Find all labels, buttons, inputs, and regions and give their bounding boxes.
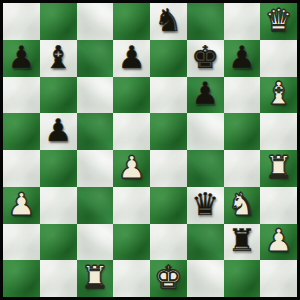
square-h8[interactable]: ♛ <box>260 3 297 40</box>
square-a8[interactable] <box>3 3 40 40</box>
square-b5[interactable]: ♟ <box>40 113 77 150</box>
square-c4[interactable] <box>77 150 114 187</box>
square-e5[interactable] <box>150 113 187 150</box>
square-b2[interactable] <box>40 224 77 261</box>
chess-board: ♞♛♟♝♟♚♟♟♝♟♟♜♟♛♞♜♟♜♚ <box>3 3 297 297</box>
square-g8[interactable] <box>224 3 261 40</box>
square-b7[interactable]: ♝ <box>40 40 77 77</box>
square-a4[interactable] <box>3 150 40 187</box>
square-g1[interactable] <box>224 260 261 297</box>
piece-white-king: ♚ <box>154 262 182 293</box>
square-e6[interactable] <box>150 77 187 114</box>
square-f3[interactable]: ♛ <box>187 187 224 224</box>
square-f8[interactable] <box>187 3 224 40</box>
square-g3[interactable]: ♞ <box>224 187 261 224</box>
square-h3[interactable] <box>260 187 297 224</box>
square-g6[interactable] <box>224 77 261 114</box>
piece-white-rook: ♜ <box>265 152 293 183</box>
piece-white-bishop: ♝ <box>265 78 293 109</box>
square-h2[interactable]: ♟ <box>260 224 297 261</box>
square-c7[interactable] <box>77 40 114 77</box>
square-d1[interactable] <box>113 260 150 297</box>
square-c8[interactable] <box>77 3 114 40</box>
square-h5[interactable] <box>260 113 297 150</box>
square-a3[interactable]: ♟ <box>3 187 40 224</box>
square-e2[interactable] <box>150 224 187 261</box>
square-b4[interactable] <box>40 150 77 187</box>
piece-black-pawn: ♟ <box>118 42 146 73</box>
square-g7[interactable]: ♟ <box>224 40 261 77</box>
square-a2[interactable] <box>3 224 40 261</box>
piece-black-pawn: ♟ <box>228 42 256 73</box>
square-d4[interactable]: ♟ <box>113 150 150 187</box>
square-d5[interactable] <box>113 113 150 150</box>
square-f4[interactable] <box>187 150 224 187</box>
square-c6[interactable] <box>77 77 114 114</box>
piece-black-queen: ♛ <box>191 189 219 220</box>
square-f6[interactable]: ♟ <box>187 77 224 114</box>
square-c3[interactable] <box>77 187 114 224</box>
square-h7[interactable] <box>260 40 297 77</box>
square-e8[interactable]: ♞ <box>150 3 187 40</box>
square-h6[interactable]: ♝ <box>260 77 297 114</box>
piece-black-knight: ♞ <box>154 5 182 36</box>
chess-board-frame: ♞♛♟♝♟♚♟♟♝♟♟♜♟♛♞♜♟♜♚ <box>0 0 300 300</box>
square-g2[interactable]: ♜ <box>224 224 261 261</box>
piece-white-pawn: ♟ <box>118 152 146 183</box>
piece-black-pawn: ♟ <box>7 42 35 73</box>
piece-black-king: ♚ <box>191 42 219 73</box>
square-f2[interactable] <box>187 224 224 261</box>
piece-black-pawn: ♟ <box>44 115 72 146</box>
square-b6[interactable] <box>40 77 77 114</box>
piece-white-rook: ♜ <box>81 262 109 293</box>
square-e3[interactable] <box>150 187 187 224</box>
piece-white-pawn: ♟ <box>265 225 293 256</box>
square-g4[interactable] <box>224 150 261 187</box>
square-a1[interactable] <box>3 260 40 297</box>
square-g5[interactable] <box>224 113 261 150</box>
square-b3[interactable] <box>40 187 77 224</box>
square-c1[interactable]: ♜ <box>77 260 114 297</box>
piece-black-bishop: ♝ <box>44 42 72 73</box>
square-b8[interactable] <box>40 3 77 40</box>
square-f5[interactable] <box>187 113 224 150</box>
piece-white-pawn: ♟ <box>7 189 35 220</box>
square-c5[interactable] <box>77 113 114 150</box>
square-h1[interactable] <box>260 260 297 297</box>
square-f7[interactable]: ♚ <box>187 40 224 77</box>
square-a6[interactable] <box>3 77 40 114</box>
square-d6[interactable] <box>113 77 150 114</box>
square-e7[interactable] <box>150 40 187 77</box>
piece-white-queen: ♛ <box>265 5 293 36</box>
square-a7[interactable]: ♟ <box>3 40 40 77</box>
square-c2[interactable] <box>77 224 114 261</box>
square-e1[interactable]: ♚ <box>150 260 187 297</box>
piece-black-pawn: ♟ <box>191 78 219 109</box>
square-d3[interactable] <box>113 187 150 224</box>
piece-white-knight: ♞ <box>228 189 256 220</box>
square-d8[interactable] <box>113 3 150 40</box>
square-h4[interactable]: ♜ <box>260 150 297 187</box>
square-b1[interactable] <box>40 260 77 297</box>
square-a5[interactable] <box>3 113 40 150</box>
square-e4[interactable] <box>150 150 187 187</box>
piece-black-rook: ♜ <box>228 225 256 256</box>
square-d2[interactable] <box>113 224 150 261</box>
square-f1[interactable] <box>187 260 224 297</box>
square-d7[interactable]: ♟ <box>113 40 150 77</box>
